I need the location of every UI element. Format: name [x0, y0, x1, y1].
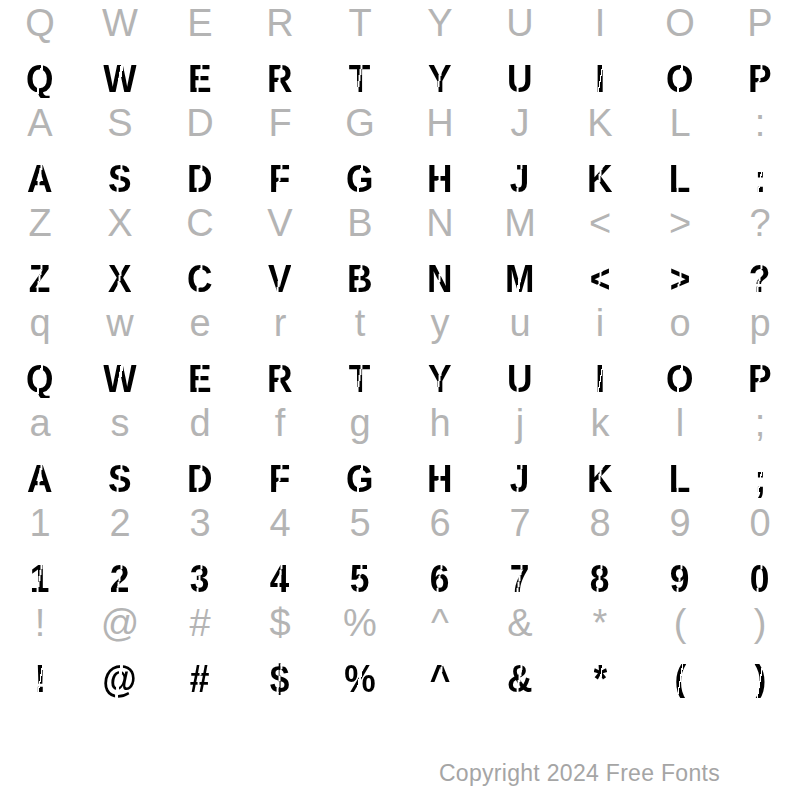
stencil-glyph: L: [640, 146, 720, 200]
reference-char: W: [80, 0, 160, 46]
stencil-glyph-char: S: [108, 160, 132, 198]
reference-char: f: [240, 400, 320, 446]
stencil-glyph: E: [160, 46, 240, 100]
stencil-glyph: J: [480, 446, 560, 500]
charmap-cell: @@: [80, 600, 160, 700]
reference-char: e: [160, 300, 240, 346]
stencil-glyph: O: [640, 46, 720, 100]
stencil-glyph: (: [640, 646, 720, 700]
charmap-cell: JJ: [480, 100, 560, 200]
charmap-cell: GG: [320, 100, 400, 200]
stencil-glyph: T: [320, 346, 400, 400]
reference-char: (: [640, 600, 720, 646]
stencil-glyph: A: [0, 446, 80, 500]
reference-char: i: [560, 300, 640, 346]
stencil-glyph: Y: [400, 46, 480, 100]
reference-char: Q: [0, 0, 80, 46]
stencil-glyph-char: P: [748, 360, 772, 398]
stencil-glyph: X: [80, 246, 160, 300]
stencil-glyph-char: C: [187, 260, 213, 298]
stencil-glyph: #: [160, 646, 240, 700]
stencil-glyph: F: [240, 446, 320, 500]
stencil-glyph-char: J: [510, 160, 530, 198]
charmap-cell: AA: [0, 100, 80, 200]
stencil-glyph-char: B: [347, 260, 373, 298]
stencil-glyph: V: [240, 246, 320, 300]
stencil-glyph-char: 9: [670, 560, 690, 598]
reference-char: U: [480, 0, 560, 46]
reference-char: V: [240, 200, 320, 246]
stencil-glyph: T: [320, 46, 400, 100]
stencil-glyph: %: [320, 646, 400, 700]
stencil-glyph: L: [640, 446, 720, 500]
charmap-cell: sS: [80, 400, 160, 500]
stencil-glyph-char: $: [270, 660, 290, 698]
charmap-cell: YY: [400, 0, 480, 100]
charmap-cell: oO: [640, 300, 720, 400]
reference-char: >: [640, 200, 720, 246]
charmap-cell: ??: [720, 200, 800, 300]
stencil-glyph: U: [480, 46, 560, 100]
stencil-glyph-char: <: [590, 260, 611, 298]
charmap-cell: 33: [160, 500, 240, 600]
stencil-glyph-char: %: [344, 660, 375, 698]
charmap-cell: ::: [720, 100, 800, 200]
stencil-glyph-char: U: [507, 60, 533, 98]
reference-char: y: [400, 300, 480, 346]
charmap-grid: QQWWEERRTTYYUUIIOOPPAASSDDFFGGHHJJKKLL::…: [0, 0, 800, 700]
stencil-glyph: 7: [480, 546, 560, 600]
reference-char: #: [160, 600, 240, 646]
stencil-glyph-char: Y: [428, 360, 452, 398]
charmap-cell: LL: [640, 100, 720, 200]
charmap-cell: yY: [400, 300, 480, 400]
stencil-glyph-char: I: [595, 60, 605, 98]
stencil-glyph: C: [160, 246, 240, 300]
font-specimen-page: QQWWEERRTTYYUUIIOOPPAASSDDFFGGHHJJKKLL::…: [0, 0, 800, 800]
reference-char: 5: [320, 500, 400, 546]
stencil-glyph-char: L: [669, 160, 691, 198]
charmap-cell: jJ: [480, 400, 560, 500]
stencil-glyph: N: [400, 246, 480, 300]
charmap-cell: aA: [0, 400, 80, 500]
stencil-glyph-char: N: [427, 260, 453, 298]
stencil-glyph: >: [640, 246, 720, 300]
charmap-cell: ^^: [400, 600, 480, 700]
charmap-cell: HH: [400, 100, 480, 200]
reference-char: A: [0, 100, 80, 146]
stencil-glyph: W: [80, 346, 160, 400]
stencil-glyph: &: [480, 646, 560, 700]
charmap-cell: tT: [320, 300, 400, 400]
reference-char: t: [320, 300, 400, 346]
stencil-glyph: @: [80, 646, 160, 700]
stencil-glyph: B: [320, 246, 400, 300]
stencil-glyph-char: >: [670, 260, 691, 298]
stencil-glyph: O: [640, 346, 720, 400]
reference-char: ): [720, 600, 800, 646]
reference-char: N: [400, 200, 480, 246]
reference-char: d: [160, 400, 240, 446]
charmap-cell: UU: [480, 0, 560, 100]
reference-char: 6: [400, 500, 480, 546]
stencil-glyph: $: [240, 646, 320, 700]
stencil-glyph-char: &: [507, 660, 533, 698]
charmap-cell: BB: [320, 200, 400, 300]
stencil-glyph-char: G: [346, 460, 373, 498]
charmap-cell: qQ: [0, 300, 80, 400]
stencil-glyph-char: W: [103, 360, 136, 398]
stencil-glyph-char: K: [587, 460, 613, 498]
reference-char: q: [0, 300, 80, 346]
charmap-cell: 22: [80, 500, 160, 600]
reference-char: &: [480, 600, 560, 646]
stencil-glyph: :: [720, 146, 800, 200]
reference-char: *: [560, 600, 640, 646]
stencil-glyph-char: V: [268, 260, 292, 298]
charmap-cell: gG: [320, 400, 400, 500]
stencil-glyph-char: A: [27, 460, 53, 498]
charmap-cell: EE: [160, 0, 240, 100]
stencil-glyph-char: P: [748, 60, 772, 98]
reference-char: X: [80, 200, 160, 246]
stencil-glyph: H: [400, 446, 480, 500]
reference-char: ^: [400, 600, 480, 646]
charmap-cell: DD: [160, 100, 240, 200]
stencil-glyph: Q: [0, 46, 80, 100]
charmap-cell: fF: [240, 400, 320, 500]
reference-char: 3: [160, 500, 240, 546]
charmap-cell: ((: [640, 600, 720, 700]
charmap-cell: !!: [0, 600, 80, 700]
stencil-glyph: 4: [240, 546, 320, 600]
stencil-glyph-char: M: [505, 260, 534, 298]
reference-char: J: [480, 100, 560, 146]
stencil-glyph: Y: [400, 346, 480, 400]
charmap-cell: SS: [80, 100, 160, 200]
stencil-glyph-char: 1: [30, 560, 50, 598]
stencil-glyph-char: I: [595, 360, 605, 398]
charmap-cell: KK: [560, 100, 640, 200]
reference-char: s: [80, 400, 160, 446]
stencil-glyph: H: [400, 146, 480, 200]
stencil-glyph: 8: [560, 546, 640, 600]
charmap-cell: lL: [640, 400, 720, 500]
stencil-glyph: R: [240, 46, 320, 100]
stencil-glyph-char: A: [27, 160, 53, 198]
reference-char: Y: [400, 0, 480, 46]
charmap-cell: **: [560, 600, 640, 700]
charmap-cell: PP: [720, 0, 800, 100]
stencil-glyph: Z: [0, 246, 80, 300]
charmap-cell: <<: [560, 200, 640, 300]
reference-char: 9: [640, 500, 720, 546]
charmap-cell: 77: [480, 500, 560, 600]
charmap-cell: kK: [560, 400, 640, 500]
reference-char: a: [0, 400, 80, 446]
stencil-glyph-char: J: [510, 460, 530, 498]
stencil-glyph-char: R: [267, 360, 293, 398]
stencil-glyph: E: [160, 346, 240, 400]
stencil-glyph-char: O: [666, 360, 693, 398]
reference-char: 7: [480, 500, 560, 546]
charmap-cell: ##: [160, 600, 240, 700]
stencil-glyph-char: D: [187, 460, 213, 498]
copyright-text: Copyright 2024 Free Fonts: [439, 761, 720, 785]
stencil-glyph: G: [320, 146, 400, 200]
reference-char: ;: [720, 400, 800, 446]
stencil-glyph-char: T: [349, 360, 371, 398]
stencil-glyph: P: [720, 46, 800, 100]
charmap-cell: 99: [640, 500, 720, 600]
reference-char: 4: [240, 500, 320, 546]
reference-char: :: [720, 100, 800, 146]
charmap-cell: rR: [240, 300, 320, 400]
stencil-glyph: I: [560, 346, 640, 400]
stencil-glyph: S: [80, 446, 160, 500]
stencil-glyph-char: H: [427, 160, 453, 198]
stencil-glyph: *: [560, 646, 640, 700]
charmap-cell: RR: [240, 0, 320, 100]
charmap-cell: ZZ: [0, 200, 80, 300]
reference-char: o: [640, 300, 720, 346]
charmap-cell: $$: [240, 600, 320, 700]
stencil-glyph-char: U: [507, 360, 533, 398]
charmap-cell: 55: [320, 500, 400, 600]
reference-char: D: [160, 100, 240, 146]
charmap-cell: VV: [240, 200, 320, 300]
stencil-glyph-char: R: [267, 60, 293, 98]
stencil-glyph-char: 4: [270, 560, 290, 598]
charmap-cell: eE: [160, 300, 240, 400]
charmap-cell: )): [720, 600, 800, 700]
stencil-glyph-char: H: [427, 460, 453, 498]
stencil-glyph: K: [560, 446, 640, 500]
reference-char: P: [720, 0, 800, 46]
stencil-glyph: D: [160, 146, 240, 200]
reference-char: I: [560, 0, 640, 46]
reference-char: E: [160, 0, 240, 46]
charmap-cell: OO: [640, 0, 720, 100]
stencil-glyph: D: [160, 446, 240, 500]
stencil-glyph-char: K: [587, 160, 613, 198]
charmap-cell: iI: [560, 300, 640, 400]
stencil-glyph: ): [720, 646, 800, 700]
stencil-glyph-char: #: [190, 660, 210, 698]
reference-char: 8: [560, 500, 640, 546]
reference-char: $: [240, 600, 320, 646]
stencil-glyph: 1: [0, 546, 80, 600]
stencil-glyph-char: F: [269, 460, 291, 498]
stencil-glyph-char: F: [269, 160, 291, 198]
reference-char: g: [320, 400, 400, 446]
charmap-cell: uU: [480, 300, 560, 400]
stencil-glyph-char: E: [188, 60, 212, 98]
stencil-glyph: <: [560, 246, 640, 300]
reference-char: 0: [720, 500, 800, 546]
stencil-glyph: 0: [720, 546, 800, 600]
charmap-cell: II: [560, 0, 640, 100]
stencil-glyph-char: !: [34, 660, 46, 698]
reference-char: p: [720, 300, 800, 346]
stencil-glyph: J: [480, 146, 560, 200]
stencil-glyph: F: [240, 146, 320, 200]
stencil-glyph-char: O: [666, 60, 693, 98]
charmap-cell: 88: [560, 500, 640, 600]
reference-char: H: [400, 100, 480, 146]
stencil-glyph-char: 7: [510, 560, 530, 598]
stencil-glyph-char: ): [754, 660, 766, 698]
reference-char: %: [320, 600, 400, 646]
reference-char: C: [160, 200, 240, 246]
reference-char: !: [0, 600, 80, 646]
stencil-glyph: 5: [320, 546, 400, 600]
reference-char: 2: [80, 500, 160, 546]
stencil-glyph-char: :: [754, 160, 766, 198]
stencil-glyph: 2: [80, 546, 160, 600]
stencil-glyph-char: Y: [428, 60, 452, 98]
reference-char: ?: [720, 200, 800, 246]
charmap-cell: dD: [160, 400, 240, 500]
charmap-cell: %%: [320, 600, 400, 700]
stencil-glyph-char: L: [669, 460, 691, 498]
reference-char: 1: [0, 500, 80, 546]
reference-char: Z: [0, 200, 80, 246]
reference-char: j: [480, 400, 560, 446]
stencil-glyph: W: [80, 46, 160, 100]
reference-char: F: [240, 100, 320, 146]
stencil-glyph: ;: [720, 446, 800, 500]
reference-char: B: [320, 200, 400, 246]
stencil-glyph: M: [480, 246, 560, 300]
stencil-glyph: R: [240, 346, 320, 400]
stencil-glyph-char: X: [108, 260, 132, 298]
reference-char: T: [320, 0, 400, 46]
reference-char: R: [240, 0, 320, 46]
stencil-glyph: 6: [400, 546, 480, 600]
stencil-glyph: Q: [0, 346, 80, 400]
charmap-cell: &&: [480, 600, 560, 700]
stencil-glyph: ?: [720, 246, 800, 300]
stencil-glyph: P: [720, 346, 800, 400]
stencil-glyph: 3: [160, 546, 240, 600]
stencil-glyph-char: 8: [590, 560, 610, 598]
stencil-glyph-char: 3: [190, 560, 210, 598]
stencil-glyph: G: [320, 446, 400, 500]
reference-char: @: [80, 600, 160, 646]
stencil-glyph-char: Z: [29, 260, 51, 298]
charmap-cell: hH: [400, 400, 480, 500]
stencil-glyph-char: *: [593, 660, 607, 698]
stencil-glyph-char: S: [108, 460, 132, 498]
stencil-glyph: U: [480, 346, 560, 400]
stencil-glyph: !: [0, 646, 80, 700]
reference-char: k: [560, 400, 640, 446]
reference-char: K: [560, 100, 640, 146]
reference-char: l: [640, 400, 720, 446]
stencil-glyph-char: G: [346, 160, 373, 198]
stencil-glyph-char: 2: [110, 560, 130, 598]
charmap-cell: wW: [80, 300, 160, 400]
stencil-glyph: S: [80, 146, 160, 200]
stencil-glyph-char: W: [103, 60, 136, 98]
reference-char: S: [80, 100, 160, 146]
charmap-cell: TT: [320, 0, 400, 100]
reference-char: r: [240, 300, 320, 346]
charmap-cell: NN: [400, 200, 480, 300]
charmap-cell: 44: [240, 500, 320, 600]
stencil-glyph: ^: [400, 646, 480, 700]
stencil-glyph-char: E: [188, 360, 212, 398]
charmap-cell: 00: [720, 500, 800, 600]
stencil-glyph-char: Q: [26, 60, 53, 98]
stencil-glyph: 9: [640, 546, 720, 600]
reference-char: L: [640, 100, 720, 146]
reference-char: M: [480, 200, 560, 246]
reference-char: G: [320, 100, 400, 146]
stencil-glyph-char: 5: [350, 560, 370, 598]
charmap-cell: 11: [0, 500, 80, 600]
charmap-cell: FF: [240, 100, 320, 200]
reference-char: <: [560, 200, 640, 246]
charmap-cell: CC: [160, 200, 240, 300]
charmap-cell: >>: [640, 200, 720, 300]
stencil-glyph-char: ^: [430, 660, 451, 698]
reference-char: w: [80, 300, 160, 346]
reference-char: h: [400, 400, 480, 446]
stencil-glyph-char: Q: [26, 360, 53, 398]
charmap-cell: pP: [720, 300, 800, 400]
stencil-glyph-char: ;: [754, 460, 766, 498]
stencil-glyph-char: (: [674, 660, 686, 698]
stencil-glyph-char: D: [187, 160, 213, 198]
stencil-glyph: K: [560, 146, 640, 200]
stencil-glyph: A: [0, 146, 80, 200]
charmap-cell: QQ: [0, 0, 80, 100]
charmap-cell: 66: [400, 500, 480, 600]
reference-char: u: [480, 300, 560, 346]
stencil-glyph-char: ?: [749, 260, 771, 298]
charmap-cell: ;;: [720, 400, 800, 500]
charmap-cell: MM: [480, 200, 560, 300]
charmap-cell: XX: [80, 200, 160, 300]
stencil-glyph: I: [560, 46, 640, 100]
reference-char: O: [640, 0, 720, 46]
stencil-glyph-char: T: [349, 60, 371, 98]
stencil-glyph-char: 6: [430, 560, 450, 598]
charmap-cell: WW: [80, 0, 160, 100]
stencil-glyph-char: @: [103, 660, 137, 698]
stencil-glyph-char: 0: [750, 560, 770, 598]
